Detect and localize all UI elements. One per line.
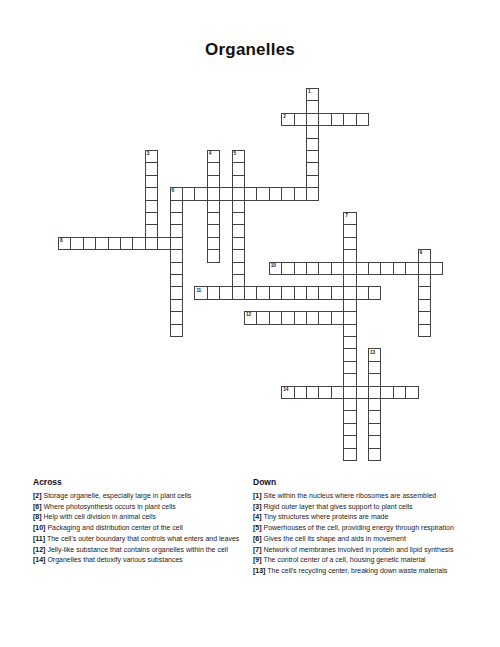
grid-cell xyxy=(256,286,269,299)
numbered-grid-cell: 7 xyxy=(343,212,356,225)
clue-text: Organelles that detoxify various substan… xyxy=(45,556,182,563)
clue-item: [4] Tiny structures where proteins are m… xyxy=(253,512,471,523)
grid-cell xyxy=(244,286,257,299)
grid-cell xyxy=(157,237,170,250)
grid-cell xyxy=(368,410,381,423)
grid-cell xyxy=(418,274,431,287)
grid-cell xyxy=(219,286,232,299)
clue-text: Packaging and distribution center of the… xyxy=(45,524,182,531)
numbered-grid-cell: 9 xyxy=(418,249,431,262)
cell-number: 4 xyxy=(209,151,211,156)
clue-text: The cell's outer boundary that controls … xyxy=(45,535,239,542)
clue-text: Tiny structures where proteins are made xyxy=(262,513,389,520)
clue-item: [2] Storage organelle, especially large … xyxy=(33,491,245,502)
grid-cell xyxy=(256,311,269,324)
grid-cell xyxy=(405,386,418,399)
numbered-grid-cell: 10 xyxy=(269,262,282,275)
grid-cell xyxy=(343,336,356,349)
cell-number: 3 xyxy=(147,151,149,156)
clue-number: [1] xyxy=(253,492,262,499)
grid-cell xyxy=(368,262,381,275)
numbered-grid-cell: 1 xyxy=(306,88,319,101)
clue-text: Gives the cell its shape and aids in mov… xyxy=(262,535,406,542)
grid-cell xyxy=(294,187,307,200)
clue-number: [6] xyxy=(253,535,262,542)
clue-number: [3] xyxy=(253,503,262,510)
grid-cell xyxy=(207,237,220,250)
numbered-grid-cell: 8 xyxy=(58,237,71,250)
grid-cell xyxy=(393,386,406,399)
grid-cell xyxy=(232,237,245,250)
grid-cell xyxy=(232,224,245,237)
grid-cell xyxy=(306,286,319,299)
grid-cell xyxy=(294,262,307,275)
grid-cell xyxy=(343,224,356,237)
clue-number: [10] xyxy=(33,524,45,531)
grid-cell xyxy=(405,262,418,275)
grid-cell xyxy=(306,386,319,399)
grid-cell xyxy=(418,324,431,337)
down-column: Down [1] Site within the nucleus where r… xyxy=(253,477,471,577)
grid-cell xyxy=(306,262,319,275)
clue-item: [11] The cell's outer boundary that cont… xyxy=(33,534,245,545)
grid-cell xyxy=(418,311,431,324)
clue-item: [3] Rigid outer layer that gives support… xyxy=(253,502,471,513)
numbered-grid-cell: 6 xyxy=(170,187,183,200)
grid-cell xyxy=(343,348,356,361)
grid-cell xyxy=(356,113,369,126)
grid-cell xyxy=(306,113,319,126)
page-title: Organelles xyxy=(0,40,500,60)
numbered-grid-cell: 3 xyxy=(145,150,158,163)
grid-cell xyxy=(207,187,220,200)
clue-text: Jelly-like substance that contains organ… xyxy=(45,546,228,553)
grid-cell xyxy=(306,100,319,113)
grid-cell xyxy=(232,187,245,200)
clue-number: [13] xyxy=(253,567,265,574)
grid-cell xyxy=(343,113,356,126)
grid-cell xyxy=(207,249,220,262)
grid-cell xyxy=(170,299,183,312)
grid-cell xyxy=(294,386,307,399)
grid-cell xyxy=(368,398,381,411)
cell-number: 2 xyxy=(283,114,285,119)
grid-cell xyxy=(145,237,158,250)
grid-cell xyxy=(368,435,381,448)
clue-text: Network of membranes involved in protein… xyxy=(262,546,454,553)
cell-number: 9 xyxy=(420,250,422,255)
grid-cell xyxy=(306,162,319,175)
grid-cell xyxy=(343,249,356,262)
grid-cell xyxy=(318,262,331,275)
cell-number: 13 xyxy=(370,350,375,355)
grid-cell xyxy=(343,299,356,312)
numbered-grid-cell: 5 xyxy=(232,150,245,163)
clue-item: [1] Site within the nucleus where riboso… xyxy=(253,491,471,502)
grid-cell xyxy=(170,311,183,324)
clue-text: Site within the nucleus where ribosomes … xyxy=(262,492,437,499)
grid-cell xyxy=(207,224,220,237)
grid-cell xyxy=(380,262,393,275)
clue-text: The control center of a cell, housing ge… xyxy=(262,556,426,563)
clue-number: [14] xyxy=(33,556,45,563)
across-column: Across [2] Storage organelle, especially… xyxy=(33,477,245,566)
grid-cell xyxy=(108,237,121,250)
numbered-grid-cell: 2 xyxy=(281,113,294,126)
grid-cell xyxy=(170,200,183,213)
grid-cell xyxy=(368,423,381,436)
cell-number: 5 xyxy=(234,151,236,156)
clue-number: [12] xyxy=(33,546,45,553)
cell-number: 12 xyxy=(246,312,251,317)
grid-cell xyxy=(380,386,393,399)
grid-cell xyxy=(343,435,356,448)
cell-number: 8 xyxy=(60,238,62,243)
grid-cell xyxy=(70,237,83,250)
grid-cell xyxy=(232,262,245,275)
cell-number: 11 xyxy=(196,288,201,293)
grid-cell xyxy=(306,175,319,188)
grid-cell xyxy=(343,373,356,386)
clue-item: [6] Gives the cell its shape and aids in… xyxy=(253,534,471,545)
grid-cell xyxy=(95,237,108,250)
grid-cell xyxy=(256,187,269,200)
grid-cell xyxy=(430,262,443,275)
grid-cell xyxy=(170,212,183,225)
grid-cell xyxy=(343,448,356,461)
clue-item: [13] The cell's recycling center, breaki… xyxy=(253,566,471,577)
cell-number: 10 xyxy=(271,263,276,268)
grid-cell xyxy=(244,187,257,200)
grid-cell xyxy=(356,262,369,275)
grid-cell xyxy=(368,286,381,299)
grid-cell xyxy=(145,162,158,175)
grid-cell xyxy=(170,237,183,250)
grid-cell xyxy=(207,200,220,213)
clue-text: Storage organelle, especially large in p… xyxy=(42,492,192,499)
grid-cell xyxy=(331,113,344,126)
grid-cell xyxy=(306,311,319,324)
grid-cell xyxy=(120,237,133,250)
grid-cell xyxy=(219,187,232,200)
grid-cell xyxy=(418,262,431,275)
grid-cell xyxy=(368,361,381,374)
grid-cell xyxy=(182,187,195,200)
clue-text: Powerhouses of the cell, providing energ… xyxy=(262,524,454,531)
grid-cell xyxy=(207,286,220,299)
grid-cell xyxy=(343,423,356,436)
grid-cell xyxy=(343,410,356,423)
grid-cell xyxy=(343,274,356,287)
grid-cell xyxy=(343,237,356,250)
clue-item: [9] The control center of a cell, housin… xyxy=(253,555,471,566)
grid-cell xyxy=(368,448,381,461)
crossword-grid: 2681011121413457913 xyxy=(58,88,443,461)
cell-number: 7 xyxy=(345,213,347,218)
grid-cell xyxy=(418,286,431,299)
grid-cell xyxy=(318,311,331,324)
numbered-grid-cell: 13 xyxy=(368,348,381,361)
grid-cell xyxy=(145,200,158,213)
grid-cell xyxy=(132,237,145,250)
grid-cell xyxy=(170,224,183,237)
grid-cell xyxy=(145,187,158,200)
grid-cell xyxy=(194,187,207,200)
clue-number: [11] xyxy=(33,535,45,542)
clue-number: [4] xyxy=(253,513,262,520)
grid-cell xyxy=(294,286,307,299)
grid-cell xyxy=(306,138,319,151)
clue-text: Rigid outer layer that gives support to … xyxy=(262,503,413,510)
grid-cell xyxy=(318,386,331,399)
grid-cell xyxy=(343,311,356,324)
grid-cell xyxy=(306,150,319,163)
grid-cell xyxy=(368,386,381,399)
grid-cell xyxy=(294,113,307,126)
numbered-grid-cell: 4 xyxy=(207,150,220,163)
cell-number: 1 xyxy=(308,89,310,94)
clue-number: [8] xyxy=(33,513,42,520)
grid-cell xyxy=(232,286,245,299)
clue-text: Where photosynthesis occurs in plant cel… xyxy=(42,503,176,510)
grid-cell xyxy=(331,262,344,275)
grid-cell xyxy=(269,187,282,200)
grid-cell xyxy=(318,286,331,299)
grid-cell xyxy=(356,286,369,299)
clue-item: [8] Help with cell division in animal ce… xyxy=(33,512,245,523)
grid-cell xyxy=(207,212,220,225)
grid-cell xyxy=(343,286,356,299)
grid-cell xyxy=(170,324,183,337)
clue-item: [14] Organelles that detoxify various su… xyxy=(33,555,245,566)
clue-number: [9] xyxy=(253,556,262,563)
grid-cell xyxy=(83,237,96,250)
grid-cell xyxy=(281,262,294,275)
numbered-grid-cell: 12 xyxy=(244,311,257,324)
grid-cell xyxy=(294,311,307,324)
clue-number: [2] xyxy=(33,492,42,499)
grid-cell xyxy=(281,187,294,200)
grid-cell xyxy=(343,361,356,374)
grid-cell xyxy=(170,274,183,287)
grid-cell xyxy=(269,286,282,299)
grid-cell xyxy=(356,386,369,399)
grid-cell xyxy=(331,286,344,299)
clue-text: The cell's recycling center, breaking do… xyxy=(265,567,447,574)
clue-item: [10] Packaging and distribution center o… xyxy=(33,523,245,534)
grid-cell xyxy=(306,187,319,200)
cell-number: 14 xyxy=(283,387,288,392)
grid-cell xyxy=(232,249,245,262)
clue-number: [5] xyxy=(253,524,262,531)
down-heading: Down xyxy=(253,477,471,487)
grid-cell xyxy=(145,212,158,225)
clue-item: [5] Powerhouses of the cell, providing e… xyxy=(253,523,471,534)
grid-cell xyxy=(368,373,381,386)
grid-cell xyxy=(207,175,220,188)
grid-cell xyxy=(232,274,245,287)
grid-cell xyxy=(232,175,245,188)
numbered-grid-cell: 14 xyxy=(281,386,294,399)
clue-item: [6] Where photosynthesis occurs in plant… xyxy=(33,502,245,513)
grid-cell xyxy=(331,386,344,399)
grid-cell xyxy=(207,162,220,175)
grid-cell xyxy=(170,262,183,275)
grid-cell xyxy=(281,286,294,299)
grid-cell xyxy=(145,175,158,188)
grid-cell xyxy=(232,212,245,225)
grid-cell xyxy=(331,311,344,324)
grid-cell xyxy=(145,224,158,237)
clue-item: [7] Network of membranes involved in pro… xyxy=(253,545,471,556)
down-clue-list: [1] Site within the nucleus where riboso… xyxy=(253,491,471,577)
grid-cell xyxy=(170,249,183,262)
grid-cell xyxy=(318,113,331,126)
grid-cell xyxy=(343,386,356,399)
across-clue-list: [2] Storage organelle, especially large … xyxy=(33,491,245,566)
grid-cell xyxy=(232,162,245,175)
grid-cell xyxy=(306,125,319,138)
grid-cell xyxy=(232,200,245,213)
grid-cell xyxy=(343,324,356,337)
clue-number: [6] xyxy=(33,503,42,510)
numbered-grid-cell: 11 xyxy=(194,286,207,299)
page: Organelles 2681011121413457913 Across [2… xyxy=(0,0,500,647)
clue-text: Help with cell division in animal cells xyxy=(42,513,156,520)
grid-cell xyxy=(393,262,406,275)
across-heading: Across xyxy=(33,477,245,487)
grid-cell xyxy=(343,262,356,275)
grid-cell xyxy=(418,299,431,312)
grid-cell xyxy=(343,398,356,411)
cell-number: 6 xyxy=(172,188,174,193)
clue-item: [12] Jelly-like substance that contains … xyxy=(33,545,245,556)
grid-cell xyxy=(281,311,294,324)
grid-cell xyxy=(269,311,282,324)
clue-number: [7] xyxy=(253,546,262,553)
grid-cell xyxy=(170,286,183,299)
